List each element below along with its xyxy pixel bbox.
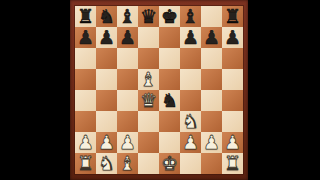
- square-h2[interactable]: ♟: [222, 132, 243, 153]
- square-b7[interactable]: ♟: [96, 27, 117, 48]
- chess-board[interactable]: ♜♞♝♛♚♝♜♟♟♟♟♟♟♝♛♞♞♟♟♟♟♟♟♜♞♝♚♜: [75, 6, 243, 174]
- square-f6[interactable]: [180, 48, 201, 69]
- square-d2[interactable]: [138, 132, 159, 153]
- square-c6[interactable]: [117, 48, 138, 69]
- square-e8[interactable]: ♚: [159, 6, 180, 27]
- square-g8[interactable]: [201, 6, 222, 27]
- square-g4[interactable]: [201, 90, 222, 111]
- black-king-e8[interactable]: ♚: [161, 6, 178, 27]
- square-b3[interactable]: [96, 111, 117, 132]
- square-f8[interactable]: ♝: [180, 6, 201, 27]
- black-pawn-f7[interactable]: ♟: [182, 27, 199, 48]
- square-e5[interactable]: [159, 69, 180, 90]
- square-h1[interactable]: ♜: [222, 153, 243, 174]
- square-f5[interactable]: [180, 69, 201, 90]
- black-pawn-g7[interactable]: ♟: [203, 27, 220, 48]
- black-rook-h8[interactable]: ♜: [224, 6, 241, 27]
- square-a4[interactable]: [75, 90, 96, 111]
- black-queen-d8[interactable]: ♛: [140, 6, 157, 27]
- square-f7[interactable]: ♟: [180, 27, 201, 48]
- square-c2[interactable]: ♟: [117, 132, 138, 153]
- square-h6[interactable]: [222, 48, 243, 69]
- white-pawn-a2[interactable]: ♟: [77, 132, 94, 153]
- square-g1[interactable]: [201, 153, 222, 174]
- black-bishop-c8[interactable]: ♝: [119, 6, 136, 27]
- white-pawn-h2[interactable]: ♟: [224, 132, 241, 153]
- black-pawn-h7[interactable]: ♟: [224, 27, 241, 48]
- square-c4[interactable]: [117, 90, 138, 111]
- screenshot-background: ♜♞♝♛♚♝♜♟♟♟♟♟♟♝♛♞♞♟♟♟♟♟♟♜♞♝♚♜: [0, 0, 320, 180]
- square-a2[interactable]: ♟: [75, 132, 96, 153]
- square-b8[interactable]: ♞: [96, 6, 117, 27]
- square-e2[interactable]: [159, 132, 180, 153]
- white-rook-a1[interactable]: ♜: [77, 153, 94, 174]
- square-c5[interactable]: [117, 69, 138, 90]
- square-d5[interactable]: ♝: [138, 69, 159, 90]
- white-pawn-f2[interactable]: ♟: [182, 132, 199, 153]
- square-h5[interactable]: [222, 69, 243, 90]
- black-rook-a8[interactable]: ♜: [77, 6, 94, 27]
- square-b4[interactable]: [96, 90, 117, 111]
- square-f4[interactable]: [180, 90, 201, 111]
- white-pawn-c2[interactable]: ♟: [119, 132, 136, 153]
- square-h3[interactable]: [222, 111, 243, 132]
- square-d3[interactable]: [138, 111, 159, 132]
- square-h7[interactable]: ♟: [222, 27, 243, 48]
- black-bishop-f8[interactable]: ♝: [182, 6, 199, 27]
- square-c1[interactable]: ♝: [117, 153, 138, 174]
- white-rook-h1[interactable]: ♜: [224, 153, 241, 174]
- square-b1[interactable]: ♞: [96, 153, 117, 174]
- black-pawn-b7[interactable]: ♟: [98, 27, 115, 48]
- white-knight-b1[interactable]: ♞: [98, 153, 115, 174]
- square-c7[interactable]: ♟: [117, 27, 138, 48]
- white-bishop-d5[interactable]: ♝: [140, 69, 157, 90]
- square-g5[interactable]: [201, 69, 222, 90]
- square-b6[interactable]: [96, 48, 117, 69]
- square-c3[interactable]: [117, 111, 138, 132]
- black-pawn-c7[interactable]: ♟: [119, 27, 136, 48]
- chess-board-frame: ♜♞♝♛♚♝♜♟♟♟♟♟♟♝♛♞♞♟♟♟♟♟♟♜♞♝♚♜: [70, 0, 248, 180]
- square-g6[interactable]: [201, 48, 222, 69]
- square-h8[interactable]: ♜: [222, 6, 243, 27]
- square-d8[interactable]: ♛: [138, 6, 159, 27]
- square-f1[interactable]: [180, 153, 201, 174]
- white-king-e1[interactable]: ♚: [161, 153, 178, 174]
- white-pawn-b2[interactable]: ♟: [98, 132, 115, 153]
- square-a8[interactable]: ♜: [75, 6, 96, 27]
- square-e4[interactable]: ♞: [159, 90, 180, 111]
- square-e6[interactable]: [159, 48, 180, 69]
- white-queen-d4[interactable]: ♛: [140, 90, 157, 111]
- square-a1[interactable]: ♜: [75, 153, 96, 174]
- black-pawn-a7[interactable]: ♟: [77, 27, 94, 48]
- square-a3[interactable]: [75, 111, 96, 132]
- square-g7[interactable]: ♟: [201, 27, 222, 48]
- black-knight-e4[interactable]: ♞: [161, 90, 178, 111]
- square-b5[interactable]: [96, 69, 117, 90]
- square-a5[interactable]: [75, 69, 96, 90]
- square-f3[interactable]: ♞: [180, 111, 201, 132]
- square-e1[interactable]: ♚: [159, 153, 180, 174]
- white-bishop-c1[interactable]: ♝: [119, 153, 136, 174]
- square-d1[interactable]: [138, 153, 159, 174]
- white-knight-f3[interactable]: ♞: [182, 111, 199, 132]
- square-g3[interactable]: [201, 111, 222, 132]
- square-c8[interactable]: ♝: [117, 6, 138, 27]
- square-h4[interactable]: [222, 90, 243, 111]
- square-b2[interactable]: ♟: [96, 132, 117, 153]
- square-a6[interactable]: [75, 48, 96, 69]
- square-e3[interactable]: [159, 111, 180, 132]
- square-e7[interactable]: [159, 27, 180, 48]
- square-g2[interactable]: ♟: [201, 132, 222, 153]
- square-a7[interactable]: ♟: [75, 27, 96, 48]
- white-pawn-g2[interactable]: ♟: [203, 132, 220, 153]
- square-d6[interactable]: [138, 48, 159, 69]
- square-d4[interactable]: ♛: [138, 90, 159, 111]
- square-d7[interactable]: [138, 27, 159, 48]
- square-f2[interactable]: ♟: [180, 132, 201, 153]
- black-knight-b8[interactable]: ♞: [98, 6, 115, 27]
